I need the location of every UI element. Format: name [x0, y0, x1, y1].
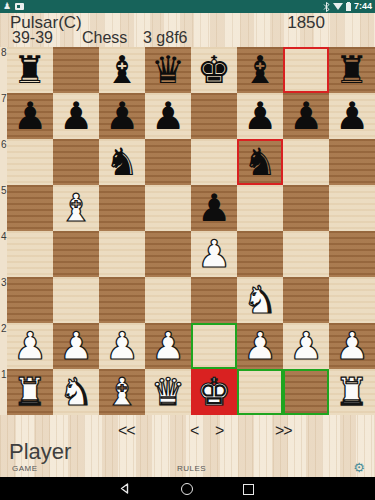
square-c2[interactable]: ♟ [99, 323, 145, 369]
square-b7[interactable]: ♟ [53, 93, 99, 139]
square-d1[interactable]: ♛ [145, 369, 191, 415]
square-g3[interactable] [283, 277, 329, 323]
square-b4[interactable] [53, 231, 99, 277]
square-g2[interactable]: ♟ [283, 323, 329, 369]
piece-white-pawn: ♟ [53, 323, 99, 369]
back-icon[interactable] [119, 483, 130, 494]
piece-white-pawn: ♟ [329, 323, 375, 369]
tab-game[interactable]: GAME [12, 464, 38, 473]
square-a8[interactable]: ♜ [7, 47, 53, 93]
piece-black-pawn: ♟ [145, 93, 191, 139]
rank-label-2: 2 [1, 324, 8, 334]
square-c3[interactable] [99, 277, 145, 323]
android-nav-bar [0, 477, 375, 500]
bluetooth-icon [323, 2, 330, 12]
square-e4[interactable]: ♟ [191, 231, 237, 277]
piece-white-pawn: ♟ [191, 231, 237, 277]
piece-white-pawn: ♟ [7, 323, 53, 369]
square-d5[interactable] [145, 185, 191, 231]
piece-white-rook: ♜ [329, 369, 375, 415]
go-next-button[interactable]: > [215, 422, 223, 440]
square-c5[interactable] [99, 185, 145, 231]
square-d2[interactable]: ♟ [145, 323, 191, 369]
piece-white-bishop: ♝ [53, 185, 99, 231]
piece-black-pawn: ♟ [191, 185, 237, 231]
piece-black-knight: ♞ [237, 139, 283, 185]
rank-label-8: 8 [1, 48, 8, 58]
square-e5[interactable]: ♟ [191, 185, 237, 231]
piece-black-pawn: ♟ [329, 93, 375, 139]
square-b3[interactable] [53, 277, 99, 323]
square-a7[interactable]: ♟ [7, 93, 53, 139]
square-h3[interactable] [329, 277, 375, 323]
go-prev-button[interactable]: < [190, 422, 198, 440]
square-d8[interactable]: ♛ [145, 47, 191, 93]
square-f2[interactable]: ♟ [237, 323, 283, 369]
square-d7[interactable]: ♟ [145, 93, 191, 139]
square-f8[interactable]: ♝ [237, 47, 283, 93]
rank-label-3: 3 [1, 278, 8, 288]
android-status-bar: ♟ 7:44 [0, 0, 375, 13]
footer-panel: << < > >> Player GAME RULES ⚙ [0, 415, 375, 477]
square-g7[interactable]: ♟ [283, 93, 329, 139]
settings-gear-icon[interactable]: ⚙ [353, 460, 365, 475]
recents-icon[interactable] [243, 484, 254, 495]
piece-black-pawn: ♟ [283, 93, 329, 139]
square-f4[interactable] [237, 231, 283, 277]
square-d4[interactable] [145, 231, 191, 277]
piece-black-pawn: ♟ [53, 93, 99, 139]
square-g6[interactable] [283, 139, 329, 185]
wifi-icon [333, 3, 343, 10]
square-g8[interactable] [283, 47, 329, 93]
rank-label-6: 6 [1, 140, 8, 150]
square-f5[interactable] [237, 185, 283, 231]
status-right-icons: 7:44 [323, 0, 372, 13]
square-e1[interactable]: ♚ [191, 369, 237, 415]
square-g4[interactable] [283, 231, 329, 277]
pulsar-chess-app: ♟ 7:44 Pulsar(C) 1850 39-39 Chess 3 g8f6… [0, 0, 375, 500]
piece-black-pawn: ♟ [7, 93, 53, 139]
square-e8[interactable]: ♚ [191, 47, 237, 93]
piece-white-bishop: ♝ [99, 369, 145, 415]
square-h4[interactable] [329, 231, 375, 277]
piece-black-rook: ♜ [7, 47, 53, 93]
square-e7[interactable] [191, 93, 237, 139]
engine-rating: 1850 [287, 13, 325, 33]
square-b2[interactable]: ♟ [53, 323, 99, 369]
square-a1[interactable]: ♜ [7, 369, 53, 415]
battery-icon [346, 3, 351, 11]
player-selector[interactable]: Player [9, 439, 71, 465]
square-e2[interactable] [191, 323, 237, 369]
game-variant: Chess [82, 29, 127, 47]
square-h6[interactable] [329, 139, 375, 185]
piece-white-king: ♚ [191, 369, 237, 415]
square-a2[interactable]: ♟ [7, 323, 53, 369]
square-f3[interactable]: ♞ [237, 277, 283, 323]
card-icon [15, 3, 24, 10]
last-move-info: 3 g8f6 [143, 29, 188, 47]
square-b8[interactable] [53, 47, 99, 93]
square-d6[interactable] [145, 139, 191, 185]
square-f6[interactable]: ♞ [237, 139, 283, 185]
square-b5[interactable]: ♝ [53, 185, 99, 231]
status-time: 7:44 [354, 0, 372, 13]
piece-black-rook: ♜ [329, 47, 375, 93]
square-b6[interactable] [53, 139, 99, 185]
square-h1[interactable]: ♜ [329, 369, 375, 415]
square-a3[interactable] [7, 277, 53, 323]
square-c4[interactable] [99, 231, 145, 277]
go-last-button[interactable]: >> [275, 422, 292, 440]
tab-rules[interactable]: RULES [177, 464, 206, 473]
app-header: Pulsar(C) 1850 39-39 Chess 3 g8f6 [0, 13, 375, 47]
piece-black-pawn: ♟ [99, 93, 145, 139]
square-e6[interactable] [191, 139, 237, 185]
square-g5[interactable] [283, 185, 329, 231]
time-or-score: 39-39 [12, 29, 53, 47]
piece-white-rook: ♜ [7, 369, 53, 415]
square-c7[interactable]: ♟ [99, 93, 145, 139]
pawn-notification-icon: ♟ [3, 0, 11, 13]
piece-white-knight: ♞ [53, 369, 99, 415]
square-h2[interactable]: ♟ [329, 323, 375, 369]
square-a4[interactable] [7, 231, 53, 277]
piece-white-pawn: ♟ [283, 323, 329, 369]
board-area: ♜♝♛♚♝♜♟♟♟♟♟♟♟♞♞♝♟♟♞♟♟♟♟♟♟♟♜♞♝♛♚♜ 8765432… [0, 47, 375, 415]
chess-board[interactable]: ♜♝♛♚♝♜♟♟♟♟♟♟♟♞♞♝♟♟♞♟♟♟♟♟♟♟♜♞♝♛♚♜ [7, 47, 375, 415]
rank-label-4: 4 [1, 232, 8, 242]
square-f7[interactable]: ♟ [237, 93, 283, 139]
piece-black-pawn: ♟ [237, 93, 283, 139]
piece-white-knight: ♞ [237, 277, 283, 323]
piece-white-queen: ♛ [145, 369, 191, 415]
square-h7[interactable]: ♟ [329, 93, 375, 139]
status-left-icons: ♟ [3, 0, 24, 13]
rank-label-1: 1 [1, 370, 8, 380]
square-h8[interactable]: ♜ [329, 47, 375, 93]
square-d3[interactable] [145, 277, 191, 323]
home-icon[interactable] [181, 483, 193, 495]
square-f1[interactable] [237, 369, 283, 415]
go-first-button[interactable]: << [118, 422, 135, 440]
square-a6[interactable] [7, 139, 53, 185]
square-a5[interactable] [7, 185, 53, 231]
square-c8[interactable]: ♝ [99, 47, 145, 93]
piece-white-pawn: ♟ [99, 323, 145, 369]
square-g1[interactable] [283, 369, 329, 415]
rank-label-5: 5 [1, 186, 8, 196]
square-b1[interactable]: ♞ [53, 369, 99, 415]
piece-white-pawn: ♟ [145, 323, 191, 369]
square-h5[interactable] [329, 185, 375, 231]
square-c6[interactable]: ♞ [99, 139, 145, 185]
piece-black-queen: ♛ [145, 47, 191, 93]
piece-black-knight: ♞ [99, 139, 145, 185]
piece-black-bishop: ♝ [99, 47, 145, 93]
piece-black-king: ♚ [191, 47, 237, 93]
square-c1[interactable]: ♝ [99, 369, 145, 415]
square-e3[interactable] [191, 277, 237, 323]
piece-white-pawn: ♟ [237, 323, 283, 369]
rank-label-7: 7 [1, 94, 8, 104]
piece-black-bishop: ♝ [237, 47, 283, 93]
